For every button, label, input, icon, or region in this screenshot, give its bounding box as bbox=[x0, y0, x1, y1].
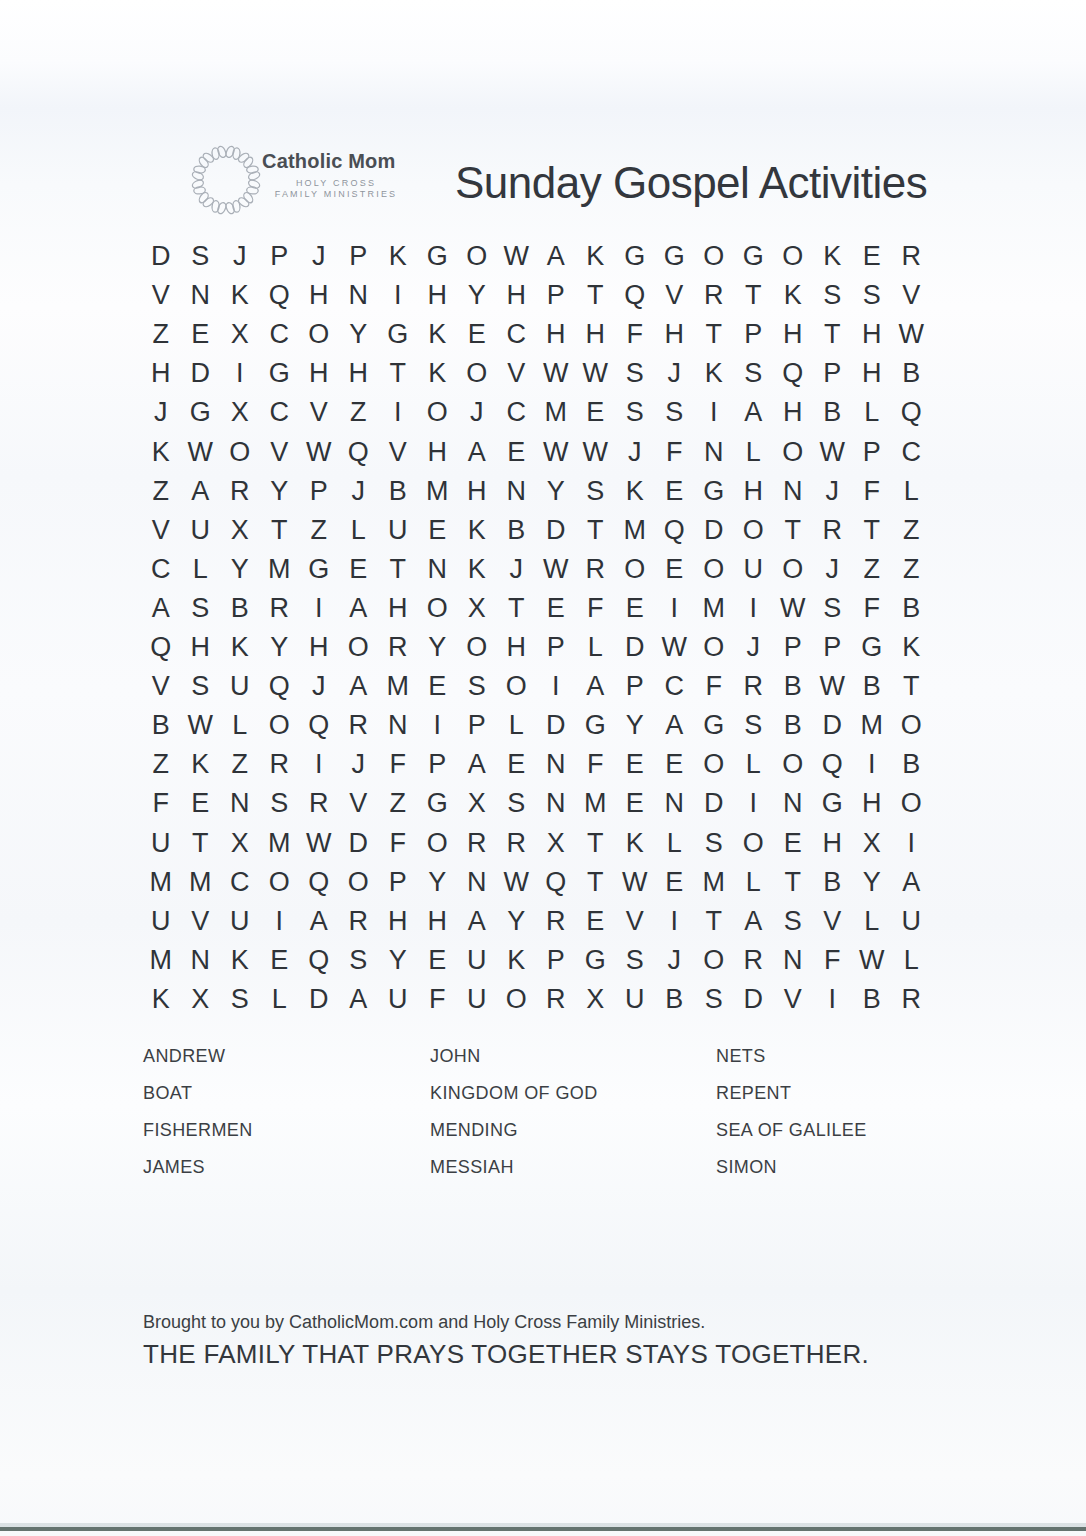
grid-cell: T bbox=[260, 511, 300, 550]
grid-cell: V bbox=[141, 276, 181, 315]
grid-cell: S bbox=[813, 589, 853, 628]
grid-cell: E bbox=[418, 511, 458, 550]
grid-cell: R bbox=[299, 784, 339, 823]
grid-cell: A bbox=[576, 667, 616, 706]
grid-cell: V bbox=[181, 902, 221, 941]
grid-cell: Q bbox=[299, 941, 339, 980]
grid-cell: S bbox=[615, 941, 655, 980]
grid-cell: K bbox=[141, 432, 181, 471]
grid-cell: F bbox=[418, 980, 458, 1019]
grid-cell: H bbox=[141, 354, 181, 393]
grid-cell: X bbox=[457, 784, 497, 823]
grid-cell: O bbox=[299, 315, 339, 354]
grid-cell: V bbox=[615, 902, 655, 941]
grid-cell: D bbox=[339, 823, 379, 862]
grid-cell: V bbox=[773, 980, 813, 1019]
grid-cell: U bbox=[457, 980, 497, 1019]
grid-cell: Y bbox=[339, 315, 379, 354]
grid-cell: H bbox=[299, 276, 339, 315]
grid-cell: C bbox=[655, 667, 695, 706]
grid-cell: C bbox=[497, 393, 537, 432]
grid-cell: X bbox=[220, 823, 260, 862]
grid-cell: T bbox=[694, 902, 734, 941]
grid-cell: E bbox=[418, 941, 458, 980]
word-sea-of-galilee: SEA OF GALILEE bbox=[716, 1120, 943, 1141]
grid-cell: H bbox=[418, 276, 458, 315]
grid-cell: A bbox=[299, 902, 339, 941]
grid-cell: O bbox=[773, 745, 813, 784]
grid-cell: E bbox=[457, 315, 497, 354]
grid-cell: Z bbox=[892, 511, 932, 550]
grid-cell: E bbox=[655, 863, 695, 902]
grid-cell: G bbox=[576, 706, 616, 745]
grid-cell: C bbox=[260, 393, 300, 432]
grid-cell: Z bbox=[892, 550, 932, 589]
grid-cell: W bbox=[536, 550, 576, 589]
grid-cell: S bbox=[734, 706, 774, 745]
grid-cell: L bbox=[734, 432, 774, 471]
grid-cell: P bbox=[418, 745, 458, 784]
scan-edge-line bbox=[0, 1527, 1086, 1531]
grid-cell: W bbox=[497, 237, 537, 276]
grid-cell: M bbox=[852, 706, 892, 745]
grid-cell: K bbox=[773, 276, 813, 315]
grid-cell: N bbox=[773, 472, 813, 511]
grid-cell: Q bbox=[260, 667, 300, 706]
grid-cell: I bbox=[260, 902, 300, 941]
grid-cell: B bbox=[813, 393, 853, 432]
grid-cell: E bbox=[615, 589, 655, 628]
grid-cell: H bbox=[299, 628, 339, 667]
grid-cell: S bbox=[694, 980, 734, 1019]
grid-cell: R bbox=[378, 628, 418, 667]
grid-cell: E bbox=[655, 550, 695, 589]
page-title: Sunday Gospel Activities bbox=[455, 158, 927, 208]
grid-cell: Z bbox=[378, 784, 418, 823]
grid-cell: U bbox=[892, 902, 932, 941]
grid-cell: K bbox=[418, 315, 458, 354]
grid-cell: A bbox=[734, 902, 774, 941]
grid-cell: D bbox=[299, 980, 339, 1019]
grid-cell: H bbox=[773, 315, 813, 354]
grid-cell: D bbox=[615, 628, 655, 667]
grid-cell: S bbox=[339, 941, 379, 980]
grid-cell: J bbox=[457, 393, 497, 432]
grid-cell: R bbox=[457, 823, 497, 862]
grid-cell: O bbox=[773, 432, 813, 471]
grid-cell: J bbox=[655, 941, 695, 980]
grid-cell: S bbox=[181, 667, 221, 706]
grid-cell: P bbox=[615, 667, 655, 706]
grid-cell: B bbox=[378, 472, 418, 511]
grid-cell: Y bbox=[497, 902, 537, 941]
grid-cell: T bbox=[734, 276, 774, 315]
grid-cell: O bbox=[694, 237, 734, 276]
catholic-mom-wreath-logo-icon bbox=[188, 142, 264, 218]
grid-cell: V bbox=[299, 393, 339, 432]
grid-cell: C bbox=[497, 315, 537, 354]
word-messiah: MESSIAH bbox=[430, 1157, 716, 1178]
word-list: ANDREW BOAT FISHERMEN JAMES JOHN KINGDOM… bbox=[143, 1038, 943, 1186]
word-search-grid: DSJPJPKGOWAKGGOGOKERVNKQHNIHYHPTQVRTKSSV… bbox=[141, 237, 931, 1019]
grid-cell: X bbox=[220, 315, 260, 354]
grid-cell: K bbox=[378, 237, 418, 276]
grid-cell: K bbox=[418, 354, 458, 393]
grid-cell: O bbox=[694, 941, 734, 980]
grid-cell: W bbox=[181, 432, 221, 471]
grid-cell: C bbox=[141, 550, 181, 589]
grid-cell: T bbox=[497, 589, 537, 628]
grid-cell: T bbox=[181, 823, 221, 862]
grid-cell: A bbox=[141, 589, 181, 628]
grid-cell: H bbox=[418, 432, 458, 471]
grid-cell: O bbox=[694, 628, 734, 667]
grid-cell: F bbox=[852, 472, 892, 511]
grid-cell: R bbox=[892, 980, 932, 1019]
word-mending: MENDING bbox=[430, 1120, 716, 1141]
grid-cell: W bbox=[892, 315, 932, 354]
grid-cell: F bbox=[813, 941, 853, 980]
grid-cell: H bbox=[457, 472, 497, 511]
grid-cell: H bbox=[536, 315, 576, 354]
grid-cell: O bbox=[734, 511, 774, 550]
grid-cell: P bbox=[457, 706, 497, 745]
grid-cell: J bbox=[299, 667, 339, 706]
grid-cell: U bbox=[378, 980, 418, 1019]
grid-cell: X bbox=[220, 393, 260, 432]
grid-cell: V bbox=[339, 784, 379, 823]
grid-cell: S bbox=[497, 784, 537, 823]
grid-cell: P bbox=[734, 315, 774, 354]
grid-cell: D bbox=[141, 237, 181, 276]
grid-cell: S bbox=[694, 823, 734, 862]
grid-cell: N bbox=[457, 863, 497, 902]
grid-cell: B bbox=[852, 980, 892, 1019]
grid-cell: N bbox=[536, 784, 576, 823]
grid-cell: A bbox=[457, 745, 497, 784]
grid-cell: O bbox=[892, 784, 932, 823]
grid-cell: E bbox=[260, 941, 300, 980]
grid-cell: N bbox=[181, 941, 221, 980]
grid-cell: E bbox=[615, 745, 655, 784]
grid-cell: A bbox=[655, 706, 695, 745]
footer-attribution: Brought to you by CatholicMom.com and Ho… bbox=[143, 1312, 869, 1333]
grid-cell: T bbox=[576, 511, 616, 550]
grid-cell: L bbox=[734, 863, 774, 902]
grid-cell: P bbox=[536, 276, 576, 315]
grid-cell: J bbox=[220, 237, 260, 276]
grid-cell: T bbox=[576, 823, 616, 862]
word-repent: REPENT bbox=[716, 1083, 943, 1104]
grid-cell: W bbox=[181, 706, 221, 745]
grid-cell: T bbox=[892, 667, 932, 706]
grid-cell: B bbox=[773, 667, 813, 706]
grid-cell: L bbox=[181, 550, 221, 589]
grid-cell: U bbox=[734, 550, 774, 589]
grid-cell: T bbox=[773, 511, 813, 550]
grid-cell: O bbox=[339, 863, 379, 902]
grid-cell: G bbox=[694, 472, 734, 511]
grid-cell: H bbox=[813, 823, 853, 862]
grid-cell: Q bbox=[813, 745, 853, 784]
grid-cell: H bbox=[852, 315, 892, 354]
grid-cell: O bbox=[418, 589, 458, 628]
grid-cell: K bbox=[457, 511, 497, 550]
grid-cell: E bbox=[536, 589, 576, 628]
grid-cell: K bbox=[220, 628, 260, 667]
grid-cell: V bbox=[655, 276, 695, 315]
grid-cell: Q bbox=[536, 863, 576, 902]
grid-cell: F bbox=[378, 823, 418, 862]
grid-cell: W bbox=[536, 432, 576, 471]
grid-cell: M bbox=[418, 472, 458, 511]
grid-cell: X bbox=[576, 980, 616, 1019]
grid-cell: J bbox=[813, 550, 853, 589]
grid-cell: E bbox=[181, 784, 221, 823]
grid-cell: X bbox=[536, 823, 576, 862]
grid-cell: I bbox=[418, 706, 458, 745]
grid-cell: O bbox=[694, 745, 734, 784]
grid-cell: I bbox=[378, 393, 418, 432]
grid-cell: K bbox=[497, 941, 537, 980]
grid-cell: S bbox=[773, 902, 813, 941]
grid-cell: O bbox=[220, 432, 260, 471]
grid-cell: H bbox=[655, 315, 695, 354]
grid-cell: A bbox=[457, 432, 497, 471]
grid-cell: I bbox=[892, 823, 932, 862]
grid-cell: P bbox=[378, 863, 418, 902]
grid-cell: H bbox=[497, 276, 537, 315]
grid-cell: I bbox=[378, 276, 418, 315]
grid-cell: F bbox=[141, 784, 181, 823]
grid-cell: S bbox=[615, 354, 655, 393]
grid-cell: R bbox=[813, 511, 853, 550]
grid-cell: U bbox=[378, 511, 418, 550]
grid-cell: L bbox=[339, 511, 379, 550]
grid-cell: R bbox=[339, 706, 379, 745]
word-john: JOHN bbox=[430, 1046, 716, 1067]
scanned-worksheet-page: Catholic Mom HOLY CROSS FAMILY MINISTRIE… bbox=[0, 0, 1086, 1536]
grid-cell: F bbox=[378, 745, 418, 784]
grid-cell: L bbox=[852, 902, 892, 941]
grid-cell: U bbox=[220, 667, 260, 706]
grid-cell: D bbox=[813, 706, 853, 745]
grid-cell: T bbox=[378, 354, 418, 393]
grid-cell: E bbox=[418, 667, 458, 706]
grid-cell: R bbox=[892, 237, 932, 276]
grid-cell: H bbox=[339, 354, 379, 393]
grid-cell: S bbox=[813, 276, 853, 315]
grid-cell: R bbox=[694, 276, 734, 315]
grid-cell: H bbox=[418, 902, 458, 941]
word-james: JAMES bbox=[143, 1157, 430, 1178]
grid-cell: R bbox=[576, 550, 616, 589]
grid-cell: S bbox=[181, 589, 221, 628]
grid-cell: P bbox=[299, 472, 339, 511]
grid-cell: P bbox=[813, 354, 853, 393]
grid-cell: W bbox=[497, 863, 537, 902]
grid-cell: I bbox=[694, 393, 734, 432]
grid-cell: H bbox=[378, 589, 418, 628]
grid-cell: Q bbox=[299, 863, 339, 902]
grid-cell: W bbox=[576, 354, 616, 393]
grid-cell: I bbox=[299, 745, 339, 784]
grid-cell: F bbox=[852, 589, 892, 628]
word-simon: SIMON bbox=[716, 1157, 943, 1178]
grid-cell: W bbox=[773, 589, 813, 628]
grid-cell: W bbox=[299, 432, 339, 471]
grid-cell: Q bbox=[615, 276, 655, 315]
grid-cell: W bbox=[536, 354, 576, 393]
grid-cell: F bbox=[694, 667, 734, 706]
grid-cell: S bbox=[220, 980, 260, 1019]
grid-cell: N bbox=[655, 784, 695, 823]
grid-cell: A bbox=[339, 980, 379, 1019]
grid-cell: Z bbox=[299, 511, 339, 550]
grid-cell: U bbox=[141, 902, 181, 941]
grid-cell: B bbox=[497, 511, 537, 550]
grid-cell: Q bbox=[339, 432, 379, 471]
grid-cell: M bbox=[181, 863, 221, 902]
grid-cell: B bbox=[655, 980, 695, 1019]
grid-cell: G bbox=[655, 237, 695, 276]
grid-cell: O bbox=[418, 393, 458, 432]
grid-cell: M bbox=[141, 863, 181, 902]
grid-cell: Z bbox=[141, 745, 181, 784]
grid-cell: C bbox=[260, 315, 300, 354]
grid-cell: S bbox=[655, 393, 695, 432]
grid-cell: H bbox=[852, 354, 892, 393]
grid-cell: K bbox=[892, 628, 932, 667]
grid-cell: Y bbox=[260, 628, 300, 667]
grid-cell: Z bbox=[852, 550, 892, 589]
grid-cell: V bbox=[260, 432, 300, 471]
grid-cell: E bbox=[655, 472, 695, 511]
grid-cell: W bbox=[655, 628, 695, 667]
grid-cell: G bbox=[615, 237, 655, 276]
word-boat: BOAT bbox=[143, 1083, 430, 1104]
grid-cell: O bbox=[418, 823, 458, 862]
grid-cell: T bbox=[576, 863, 616, 902]
grid-cell: M bbox=[576, 784, 616, 823]
grid-cell: W bbox=[576, 432, 616, 471]
grid-cell: T bbox=[694, 315, 734, 354]
grid-cell: S bbox=[576, 472, 616, 511]
grid-cell: R bbox=[260, 745, 300, 784]
grid-cell: B bbox=[773, 706, 813, 745]
grid-cell: D bbox=[181, 354, 221, 393]
grid-cell: T bbox=[378, 550, 418, 589]
grid-cell: J bbox=[655, 354, 695, 393]
grid-cell: Z bbox=[220, 745, 260, 784]
grid-cell: M bbox=[615, 511, 655, 550]
grid-cell: T bbox=[813, 315, 853, 354]
grid-cell: M bbox=[694, 863, 734, 902]
grid-cell: Y bbox=[536, 472, 576, 511]
grid-cell: K bbox=[615, 472, 655, 511]
grid-cell: H bbox=[734, 472, 774, 511]
grid-cell: U bbox=[457, 941, 497, 980]
grid-cell: G bbox=[299, 550, 339, 589]
grid-cell: K bbox=[220, 941, 260, 980]
grid-cell: F bbox=[655, 432, 695, 471]
grid-cell: M bbox=[260, 823, 300, 862]
grid-cell: H bbox=[497, 628, 537, 667]
grid-cell: K bbox=[220, 276, 260, 315]
grid-cell: N bbox=[339, 276, 379, 315]
grid-cell: V bbox=[892, 276, 932, 315]
grid-cell: D bbox=[694, 784, 734, 823]
grid-cell: G bbox=[576, 941, 616, 980]
grid-cell: L bbox=[852, 393, 892, 432]
brand-subtitle-line2: FAMILY MINISTRIES bbox=[262, 189, 410, 199]
grid-cell: B bbox=[141, 706, 181, 745]
grid-cell: V bbox=[813, 902, 853, 941]
grid-cell: D bbox=[536, 706, 576, 745]
grid-cell: L bbox=[576, 628, 616, 667]
grid-cell: A bbox=[339, 589, 379, 628]
grid-cell: T bbox=[852, 511, 892, 550]
grid-cell: U bbox=[220, 902, 260, 941]
grid-cell: M bbox=[536, 393, 576, 432]
grid-cell: G bbox=[694, 706, 734, 745]
grid-cell: O bbox=[892, 706, 932, 745]
grid-cell: J bbox=[141, 393, 181, 432]
grid-cell: O bbox=[457, 628, 497, 667]
grid-cell: J bbox=[615, 432, 655, 471]
grid-cell: G bbox=[260, 354, 300, 393]
grid-cell: D bbox=[536, 511, 576, 550]
grid-cell: A bbox=[181, 472, 221, 511]
grid-cell: N bbox=[418, 550, 458, 589]
grid-cell: P bbox=[773, 628, 813, 667]
grid-cell: F bbox=[576, 589, 616, 628]
grid-cell: A bbox=[339, 667, 379, 706]
grid-cell: I bbox=[220, 354, 260, 393]
grid-cell: G bbox=[418, 237, 458, 276]
grid-cell: O bbox=[497, 667, 537, 706]
grid-cell: I bbox=[734, 589, 774, 628]
grid-cell: G bbox=[813, 784, 853, 823]
grid-cell: I bbox=[655, 589, 695, 628]
word-kingdom-of-god: KINGDOM OF GOD bbox=[430, 1083, 716, 1104]
footer-motto: THE FAMILY THAT PRAYS TOGETHER STAYS TOG… bbox=[143, 1339, 869, 1370]
grid-cell: F bbox=[615, 315, 655, 354]
grid-cell: E bbox=[576, 393, 616, 432]
grid-cell: O bbox=[734, 823, 774, 862]
grid-cell: K bbox=[694, 354, 734, 393]
grid-cell: U bbox=[181, 511, 221, 550]
grid-cell: B bbox=[892, 745, 932, 784]
grid-cell: Q bbox=[299, 706, 339, 745]
grid-cell: J bbox=[339, 472, 379, 511]
grid-cell: Q bbox=[141, 628, 181, 667]
grid-cell: O bbox=[615, 550, 655, 589]
grid-cell: N bbox=[378, 706, 418, 745]
grid-cell: B bbox=[813, 863, 853, 902]
grid-cell: Q bbox=[892, 393, 932, 432]
grid-cell: R bbox=[220, 472, 260, 511]
grid-cell: Q bbox=[773, 354, 813, 393]
grid-cell: J bbox=[497, 550, 537, 589]
brand-subtitle-line1: HOLY CROSS bbox=[262, 178, 410, 188]
grid-cell: C bbox=[892, 432, 932, 471]
grid-cell: P bbox=[852, 432, 892, 471]
grid-cell: F bbox=[576, 745, 616, 784]
grid-cell: I bbox=[734, 784, 774, 823]
grid-cell: J bbox=[734, 628, 774, 667]
grid-cell: Y bbox=[852, 863, 892, 902]
